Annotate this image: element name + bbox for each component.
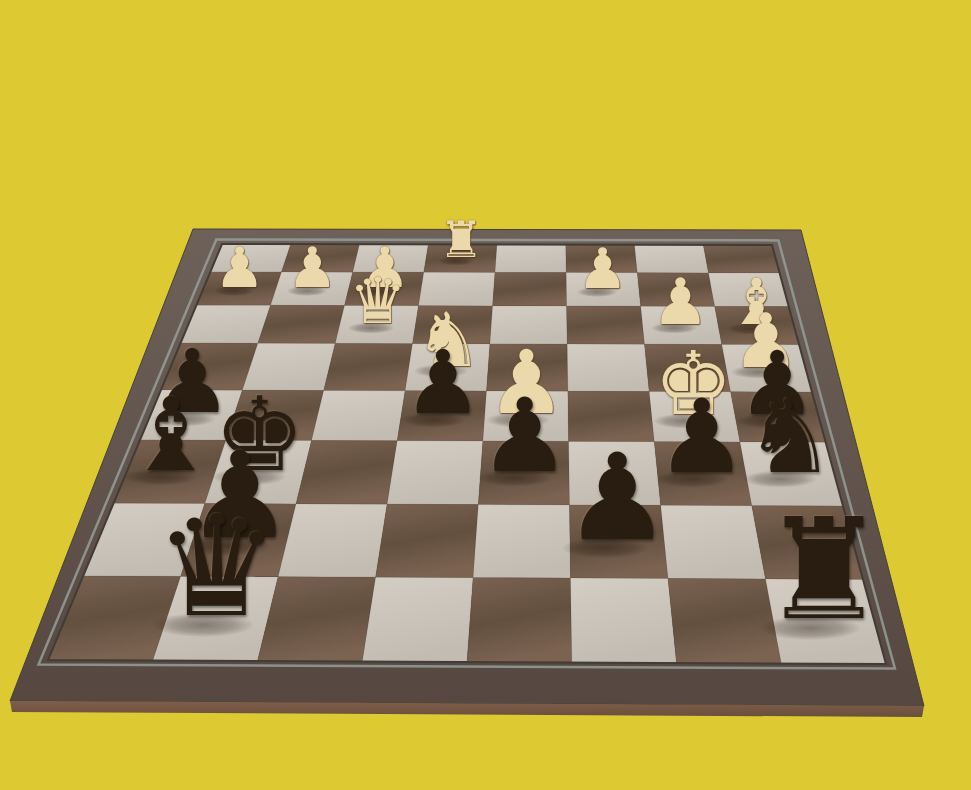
piece-white-pawn-c2[interactable]: ♟ [578,241,628,297]
pawn-glyph: ♟ [563,438,671,558]
piece-black-knight-a6[interactable]: ♞ [744,386,835,488]
piece-white-queen-f3[interactable]: ♛ [349,269,406,333]
piece-white-pawn-h2[interactable]: ♟ [215,240,265,296]
square-c3[interactable] [567,306,645,344]
square-e7[interactable] [376,504,479,578]
square-d2[interactable] [493,273,567,307]
square-f4[interactable] [324,343,413,390]
pawn-glyph: ♟ [287,240,337,296]
piece-black-pawn-d6[interactable]: ♟ [479,385,570,487]
square-d8[interactable] [467,578,572,663]
square-f6[interactable] [296,441,397,505]
square-e8[interactable] [362,577,473,662]
pawn-glyph: ♟ [652,270,709,334]
pawn-glyph: ♟ [403,339,482,427]
square-e6[interactable] [387,441,483,505]
queen-glyph: ♛ [349,269,406,333]
pawn-glyph: ♟ [578,241,628,297]
pawn-glyph: ♟ [479,385,570,487]
rook-glyph: ♜ [761,500,887,640]
pawn-glyph: ♟ [215,240,265,296]
app-background: ♜♛♞♚♝♟♟♟♟♟♟♟♚♛♜♝♞♟♟♟♟♟♟♟ [0,0,971,790]
square-f5[interactable] [312,391,406,441]
rook-glyph: ♜ [439,215,484,265]
piece-white-pawn-g2[interactable]: ♟ [287,240,337,296]
square-d7[interactable] [473,505,570,578]
piece-white-pawn-b3[interactable]: ♟ [652,270,709,334]
piece-black-pawn-c7[interactable]: ♟ [563,438,671,558]
square-b7[interactable] [661,505,766,579]
square-g3[interactable] [258,305,345,343]
queen-glyph: ♛ [154,497,280,637]
piece-black-rook-a8[interactable]: ♜ [761,500,887,640]
square-c8[interactable] [571,578,677,663]
square-f7[interactable] [278,504,387,577]
knight-glyph: ♞ [744,386,835,488]
piece-white-rook-e1[interactable]: ♜ [439,215,484,265]
piece-black-queen-g8[interactable]: ♛ [154,497,280,637]
square-d1[interactable] [495,245,566,273]
square-c4[interactable] [567,344,649,392]
piece-black-pawn-e5[interactable]: ♟ [403,339,482,427]
